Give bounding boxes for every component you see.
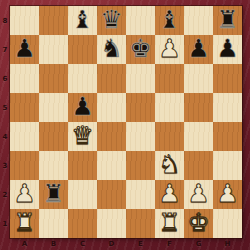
square-a3[interactable] bbox=[10, 151, 39, 180]
square-c7[interactable] bbox=[68, 35, 97, 64]
black-knight-piece: ♞ bbox=[100, 34, 122, 63]
square-g8[interactable] bbox=[184, 6, 213, 35]
square-h1[interactable] bbox=[213, 209, 242, 238]
white-queen-piece: ♛ bbox=[71, 121, 93, 150]
square-b8[interactable] bbox=[39, 6, 68, 35]
square-d7[interactable]: ♞ bbox=[97, 35, 126, 64]
file-label-d: D bbox=[97, 238, 126, 250]
square-h3[interactable] bbox=[213, 151, 242, 180]
black-rook-piece: ♜ bbox=[216, 5, 238, 34]
square-f4[interactable] bbox=[155, 122, 184, 151]
square-g1[interactable]: ♚ bbox=[184, 209, 213, 238]
black-bishop-piece: ♝ bbox=[71, 5, 93, 34]
chess-board: ♝♛♝♜♟♞♚♟♟♟♟♛♞♟♜♟♟♟♜♜♚ bbox=[10, 6, 242, 238]
chessboard-widget: ♝♛♝♜♟♞♚♟♟♟♟♛♞♟♜♟♟♟♜♜♚ 87654321 ABCDEFGH bbox=[0, 0, 250, 250]
black-rook-piece: ♜ bbox=[42, 179, 64, 208]
square-f1[interactable]: ♜ bbox=[155, 209, 184, 238]
square-f8[interactable]: ♝ bbox=[155, 6, 184, 35]
square-g4[interactable] bbox=[184, 122, 213, 151]
square-b6[interactable] bbox=[39, 64, 68, 93]
square-b3[interactable] bbox=[39, 151, 68, 180]
black-king-piece: ♚ bbox=[129, 34, 151, 63]
square-d5[interactable] bbox=[97, 93, 126, 122]
black-queen-piece: ♛ bbox=[100, 5, 122, 34]
white-pawn-piece: ♟ bbox=[187, 179, 209, 208]
square-g5[interactable] bbox=[184, 93, 213, 122]
black-bishop-piece: ♝ bbox=[158, 5, 180, 34]
square-e2[interactable] bbox=[126, 180, 155, 209]
file-label-f: F bbox=[155, 238, 184, 250]
square-a5[interactable] bbox=[10, 93, 39, 122]
square-f6[interactable] bbox=[155, 64, 184, 93]
square-e1[interactable] bbox=[126, 209, 155, 238]
square-h4[interactable] bbox=[213, 122, 242, 151]
rank-coordinate-labels: 87654321 bbox=[0, 6, 10, 238]
square-h7[interactable]: ♟ bbox=[213, 35, 242, 64]
file-label-b: B bbox=[39, 238, 68, 250]
square-a8[interactable] bbox=[10, 6, 39, 35]
white-king-piece: ♚ bbox=[187, 208, 209, 237]
square-d2[interactable] bbox=[97, 180, 126, 209]
square-a4[interactable] bbox=[10, 122, 39, 151]
rank-label-6: 6 bbox=[0, 64, 10, 93]
rank-label-8: 8 bbox=[0, 6, 10, 35]
rank-label-1: 1 bbox=[0, 209, 10, 238]
square-d1[interactable] bbox=[97, 209, 126, 238]
square-d4[interactable] bbox=[97, 122, 126, 151]
square-f3[interactable]: ♞ bbox=[155, 151, 184, 180]
square-g2[interactable]: ♟ bbox=[184, 180, 213, 209]
file-label-g: G bbox=[184, 238, 213, 250]
square-d6[interactable] bbox=[97, 64, 126, 93]
rank-label-2: 2 bbox=[0, 180, 10, 209]
black-pawn-piece: ♟ bbox=[216, 34, 238, 63]
file-label-a: A bbox=[10, 238, 39, 250]
rank-label-4: 4 bbox=[0, 122, 10, 151]
square-d8[interactable]: ♛ bbox=[97, 6, 126, 35]
square-g6[interactable] bbox=[184, 64, 213, 93]
white-pawn-piece: ♟ bbox=[158, 179, 180, 208]
square-b5[interactable] bbox=[39, 93, 68, 122]
square-c3[interactable] bbox=[68, 151, 97, 180]
black-pawn-piece: ♟ bbox=[71, 92, 93, 121]
square-a2[interactable]: ♟ bbox=[10, 180, 39, 209]
square-e6[interactable] bbox=[126, 64, 155, 93]
square-g3[interactable] bbox=[184, 151, 213, 180]
square-b4[interactable] bbox=[39, 122, 68, 151]
rank-label-5: 5 bbox=[0, 93, 10, 122]
square-d3[interactable] bbox=[97, 151, 126, 180]
square-f5[interactable] bbox=[155, 93, 184, 122]
square-h5[interactable] bbox=[213, 93, 242, 122]
square-a6[interactable] bbox=[10, 64, 39, 93]
square-e3[interactable] bbox=[126, 151, 155, 180]
square-b1[interactable] bbox=[39, 209, 68, 238]
square-h2[interactable]: ♟ bbox=[213, 180, 242, 209]
square-f7[interactable]: ♟ bbox=[155, 35, 184, 64]
square-c5[interactable]: ♟ bbox=[68, 93, 97, 122]
square-a7[interactable]: ♟ bbox=[10, 35, 39, 64]
square-e8[interactable] bbox=[126, 6, 155, 35]
file-label-c: C bbox=[68, 238, 97, 250]
white-knight-piece: ♞ bbox=[158, 150, 180, 179]
white-rook-piece: ♜ bbox=[158, 208, 180, 237]
square-e5[interactable] bbox=[126, 93, 155, 122]
black-pawn-piece: ♟ bbox=[187, 34, 209, 63]
file-label-e: E bbox=[126, 238, 155, 250]
rank-label-3: 3 bbox=[0, 151, 10, 180]
square-c4[interactable]: ♛ bbox=[68, 122, 97, 151]
square-c6[interactable] bbox=[68, 64, 97, 93]
white-pawn-piece: ♟ bbox=[158, 34, 180, 63]
rank-label-7: 7 bbox=[0, 35, 10, 64]
white-pawn-piece: ♟ bbox=[216, 179, 238, 208]
file-coordinate-labels: ABCDEFGH bbox=[10, 238, 242, 250]
square-e4[interactable] bbox=[126, 122, 155, 151]
square-h8[interactable]: ♜ bbox=[213, 6, 242, 35]
white-rook-piece: ♜ bbox=[13, 208, 35, 237]
square-c2[interactable] bbox=[68, 180, 97, 209]
square-a1[interactable]: ♜ bbox=[10, 209, 39, 238]
black-pawn-piece: ♟ bbox=[13, 34, 35, 63]
square-h6[interactable] bbox=[213, 64, 242, 93]
square-c1[interactable] bbox=[68, 209, 97, 238]
square-c8[interactable]: ♝ bbox=[68, 6, 97, 35]
square-f2[interactable]: ♟ bbox=[155, 180, 184, 209]
file-label-h: H bbox=[213, 238, 242, 250]
square-g7[interactable]: ♟ bbox=[184, 35, 213, 64]
square-b7[interactable] bbox=[39, 35, 68, 64]
square-b2[interactable]: ♜ bbox=[39, 180, 68, 209]
white-pawn-piece: ♟ bbox=[13, 179, 35, 208]
square-e7[interactable]: ♚ bbox=[126, 35, 155, 64]
